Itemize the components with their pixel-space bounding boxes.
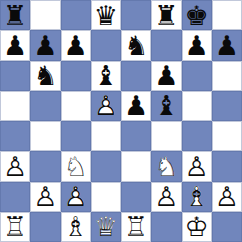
piece-outline: ♙	[182, 151, 212, 181]
white-pawn[interactable]: ♟︎♙	[151, 182, 181, 212]
piece-outline: ♖	[121, 212, 151, 242]
square-e1[interactable]: ♜♖	[121, 212, 151, 242]
square-b8[interactable]	[30, 0, 60, 30]
square-f1[interactable]	[151, 212, 181, 242]
chess-board: ♜♛♜♚♟︎♟︎♟︎♞♟︎♟︎♞♝♟︎♟︎♙♟︎♝♟︎♙♞♘♞♘♟︎♙♟︎♙♟︎…	[0, 0, 242, 242]
white-pawn[interactable]: ♟︎♙	[0, 151, 30, 181]
square-d7[interactable]	[91, 30, 121, 60]
square-a4[interactable]	[0, 121, 30, 151]
piece-outline: ♗	[182, 182, 212, 212]
piece-fill: ♟︎	[0, 30, 30, 60]
square-c1[interactable]: ♝♗	[61, 212, 91, 242]
square-g7[interactable]: ♟︎	[182, 30, 212, 60]
square-d2[interactable]	[91, 182, 121, 212]
black-king[interactable]: ♚	[182, 0, 212, 30]
square-d6[interactable]: ♝	[91, 61, 121, 91]
white-bishop[interactable]: ♝♗	[182, 182, 212, 212]
square-a1[interactable]: ♜♖	[0, 212, 30, 242]
square-c5[interactable]	[61, 91, 91, 121]
piece-outline: ♙	[61, 182, 91, 212]
white-pawn[interactable]: ♟︎♙	[91, 91, 121, 121]
square-d4[interactable]	[91, 121, 121, 151]
square-h6[interactable]	[212, 61, 242, 91]
square-a7[interactable]: ♟︎	[0, 30, 30, 60]
square-e3[interactable]	[121, 151, 151, 181]
black-pawn[interactable]: ♟︎	[151, 61, 181, 91]
square-c7[interactable]: ♟︎	[61, 30, 91, 60]
black-bishop[interactable]: ♝	[91, 61, 121, 91]
square-g6[interactable]	[182, 61, 212, 91]
square-f3[interactable]: ♞♘	[151, 151, 181, 181]
square-e7[interactable]: ♞	[121, 30, 151, 60]
piece-fill: ♟︎	[61, 30, 91, 60]
piece-outline: ♙	[212, 182, 242, 212]
square-d1[interactable]: ♛♕	[91, 212, 121, 242]
square-e4[interactable]	[121, 121, 151, 151]
square-f6[interactable]: ♟︎	[151, 61, 181, 91]
piece-fill: ♜	[0, 0, 30, 30]
black-knight[interactable]: ♞	[30, 61, 60, 91]
square-f7[interactable]	[151, 30, 181, 60]
square-g8[interactable]: ♚	[182, 0, 212, 30]
piece-outline: ♙	[91, 91, 121, 121]
white-knight[interactable]: ♞♘	[61, 151, 91, 181]
square-b3[interactable]	[30, 151, 60, 181]
square-a6[interactable]	[0, 61, 30, 91]
square-g5[interactable]	[182, 91, 212, 121]
square-d3[interactable]	[91, 151, 121, 181]
piece-outline: ♕	[91, 212, 121, 242]
square-f4[interactable]	[151, 121, 181, 151]
piece-fill: ♜	[151, 0, 181, 30]
square-g4[interactable]	[182, 121, 212, 151]
square-e5[interactable]: ♟︎	[121, 91, 151, 121]
white-pawn[interactable]: ♟︎♙	[182, 151, 212, 181]
square-b6[interactable]: ♞	[30, 61, 60, 91]
square-e2[interactable]	[121, 182, 151, 212]
square-a8[interactable]: ♜	[0, 0, 30, 30]
white-pawn[interactable]: ♟︎♙	[212, 182, 242, 212]
square-g2[interactable]: ♝♗	[182, 182, 212, 212]
square-a2[interactable]	[0, 182, 30, 212]
square-a5[interactable]	[0, 91, 30, 121]
piece-fill: ♚	[182, 0, 212, 30]
white-pawn[interactable]: ♟︎♙	[61, 182, 91, 212]
square-h4[interactable]	[212, 121, 242, 151]
piece-fill: ♟︎	[212, 30, 242, 60]
piece-outline: ♙	[151, 182, 181, 212]
piece-fill: ♞	[121, 30, 151, 60]
piece-outline: ♘	[61, 151, 91, 181]
square-b1[interactable]	[30, 212, 60, 242]
square-a3[interactable]: ♟︎♙	[0, 151, 30, 181]
square-f5[interactable]: ♝	[151, 91, 181, 121]
white-knight[interactable]: ♞♘	[151, 151, 181, 181]
black-pawn[interactable]: ♟︎	[212, 30, 242, 60]
square-h1[interactable]	[212, 212, 242, 242]
square-f2[interactable]: ♟︎♙	[151, 182, 181, 212]
black-pawn[interactable]: ♟︎	[182, 30, 212, 60]
piece-outline: ♙	[30, 182, 60, 212]
white-king[interactable]: ♚♔	[182, 212, 212, 242]
square-g1[interactable]: ♚♔	[182, 212, 212, 242]
square-b7[interactable]: ♟︎	[30, 30, 60, 60]
black-bishop[interactable]: ♝	[151, 91, 181, 121]
black-pawn[interactable]: ♟︎	[30, 30, 60, 60]
white-pawn[interactable]: ♟︎♙	[30, 182, 60, 212]
square-h8[interactable]	[212, 0, 242, 30]
square-f8[interactable]: ♜	[151, 0, 181, 30]
white-bishop[interactable]: ♝♗	[61, 212, 91, 242]
square-h7[interactable]: ♟︎	[212, 30, 242, 60]
square-e6[interactable]	[121, 61, 151, 91]
piece-fill: ♟︎	[151, 61, 181, 91]
black-pawn[interactable]: ♟︎	[0, 30, 30, 60]
piece-outline: ♘	[151, 151, 181, 181]
square-d5[interactable]: ♟︎♙	[91, 91, 121, 121]
white-rook[interactable]: ♜♖	[0, 212, 30, 242]
black-pawn[interactable]: ♟︎	[121, 91, 151, 121]
square-c3[interactable]: ♞♘	[61, 151, 91, 181]
piece-outline: ♙	[0, 151, 30, 181]
square-g3[interactable]: ♟︎♙	[182, 151, 212, 181]
square-c4[interactable]	[61, 121, 91, 151]
white-rook[interactable]: ♜♖	[121, 212, 151, 242]
black-rook[interactable]: ♜	[151, 0, 181, 30]
square-c2[interactable]: ♟︎♙	[61, 182, 91, 212]
square-d8[interactable]: ♛	[91, 0, 121, 30]
square-b4[interactable]	[30, 121, 60, 151]
square-h5[interactable]	[212, 91, 242, 121]
square-e8[interactable]	[121, 0, 151, 30]
piece-fill: ♟︎	[121, 91, 151, 121]
piece-outline: ♖	[0, 212, 30, 242]
square-c6[interactable]	[61, 61, 91, 91]
piece-fill: ♝	[151, 91, 181, 121]
square-b5[interactable]	[30, 91, 60, 121]
black-queen[interactable]: ♛	[91, 0, 121, 30]
square-c8[interactable]	[61, 0, 91, 30]
square-b2[interactable]: ♟︎♙	[30, 182, 60, 212]
piece-fill: ♛	[91, 0, 121, 30]
square-h2[interactable]: ♟︎♙	[212, 182, 242, 212]
black-pawn[interactable]: ♟︎	[61, 30, 91, 60]
black-rook[interactable]: ♜	[0, 0, 30, 30]
piece-fill: ♟︎	[182, 30, 212, 60]
piece-fill: ♝	[91, 61, 121, 91]
black-knight[interactable]: ♞	[121, 30, 151, 60]
piece-fill: ♞	[30, 61, 60, 91]
square-h3[interactable]	[212, 151, 242, 181]
piece-fill: ♟︎	[30, 30, 60, 60]
piece-outline: ♔	[182, 212, 212, 242]
white-queen[interactable]: ♛♕	[91, 212, 121, 242]
piece-outline: ♗	[61, 212, 91, 242]
